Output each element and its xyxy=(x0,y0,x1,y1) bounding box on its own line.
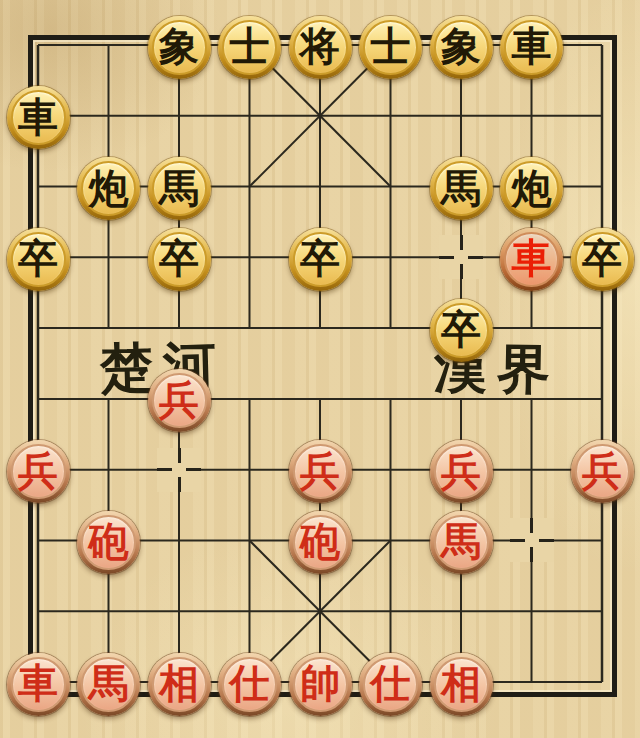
piece-face: 馬 xyxy=(81,657,136,712)
piece-glyph: 車 xyxy=(512,238,552,278)
piece-face: 車 xyxy=(11,657,66,712)
piece-black-chariot[interactable]: 車 xyxy=(7,86,70,149)
piece-black-horse[interactable]: 馬 xyxy=(430,157,493,220)
piece-black-soldier[interactable]: 卒 xyxy=(7,228,70,291)
piece-face: 卒 xyxy=(434,303,489,358)
piece-glyph: 仕 xyxy=(230,663,270,703)
piece-face: 車 xyxy=(11,90,66,145)
piece-face: 象 xyxy=(152,20,207,75)
piece-glyph: 卒 xyxy=(582,238,622,278)
piece-glyph: 将 xyxy=(300,26,340,66)
piece-glyph: 兵 xyxy=(582,451,622,491)
piece-face: 馬 xyxy=(434,515,489,570)
piece-glyph: 卒 xyxy=(159,238,199,278)
piece-glyph: 車 xyxy=(512,26,552,66)
piece-face: 砲 xyxy=(293,515,348,570)
piece-red-elephant[interactable]: 相 xyxy=(430,653,493,716)
piece-glyph: 砲 xyxy=(300,521,340,561)
xiangqi-board[interactable]: 楚河 漢界 象士将士象車車炮馬馬炮卒卒卒卒卒車兵兵兵兵兵砲砲馬車馬相仕帥仕相 xyxy=(0,0,640,738)
piece-black-cannon[interactable]: 炮 xyxy=(77,157,140,220)
piece-face: 兵 xyxy=(152,373,207,428)
piece-red-soldier[interactable]: 兵 xyxy=(289,440,352,503)
piece-face: 象 xyxy=(434,20,489,75)
piece-red-soldier[interactable]: 兵 xyxy=(148,369,211,432)
piece-face: 相 xyxy=(434,657,489,712)
piece-black-cannon[interactable]: 炮 xyxy=(500,157,563,220)
piece-face: 車 xyxy=(504,232,559,287)
piece-glyph: 士 xyxy=(230,26,270,66)
piece-red-chariot[interactable]: 車 xyxy=(7,653,70,716)
piece-face: 炮 xyxy=(81,161,136,216)
piece-glyph: 卒 xyxy=(441,309,481,349)
piece-glyph: 帥 xyxy=(300,663,340,703)
piece-red-chariot[interactable]: 車 xyxy=(500,228,563,291)
piece-black-general[interactable]: 将 xyxy=(289,16,352,79)
piece-glyph: 象 xyxy=(159,26,199,66)
piece-red-elephant[interactable]: 相 xyxy=(148,653,211,716)
piece-glyph: 馬 xyxy=(159,168,199,208)
piece-black-soldier[interactable]: 卒 xyxy=(571,228,634,291)
piece-glyph: 車 xyxy=(18,663,58,703)
piece-red-advisor[interactable]: 仕 xyxy=(359,653,422,716)
piece-black-horse[interactable]: 馬 xyxy=(148,157,211,220)
piece-glyph: 兵 xyxy=(441,451,481,491)
piece-red-general[interactable]: 帥 xyxy=(289,653,352,716)
piece-glyph: 炮 xyxy=(89,168,129,208)
piece-glyph: 炮 xyxy=(512,168,552,208)
piece-glyph: 卒 xyxy=(18,238,58,278)
piece-glyph: 馬 xyxy=(441,521,481,561)
piece-red-cannon[interactable]: 砲 xyxy=(289,511,352,574)
piece-red-horse[interactable]: 馬 xyxy=(430,511,493,574)
piece-face: 仕 xyxy=(363,657,418,712)
piece-black-soldier[interactable]: 卒 xyxy=(148,228,211,291)
piece-glyph: 卒 xyxy=(300,238,340,278)
piece-glyph: 象 xyxy=(441,26,481,66)
piece-face: 車 xyxy=(504,20,559,75)
piece-face: 兵 xyxy=(293,444,348,499)
piece-face: 将 xyxy=(293,20,348,75)
piece-glyph: 相 xyxy=(159,663,199,703)
piece-black-elephant[interactable]: 象 xyxy=(430,16,493,79)
piece-glyph: 兵 xyxy=(159,380,199,420)
piece-face: 炮 xyxy=(504,161,559,216)
piece-face: 兵 xyxy=(575,444,630,499)
piece-black-chariot[interactable]: 車 xyxy=(500,16,563,79)
piece-face: 士 xyxy=(363,20,418,75)
piece-face: 卒 xyxy=(11,232,66,287)
piece-glyph: 相 xyxy=(441,663,481,703)
piece-red-soldier[interactable]: 兵 xyxy=(571,440,634,503)
piece-face: 卒 xyxy=(575,232,630,287)
piece-glyph: 車 xyxy=(18,97,58,137)
piece-black-soldier[interactable]: 卒 xyxy=(289,228,352,291)
piece-face: 砲 xyxy=(81,515,136,570)
piece-face: 兵 xyxy=(434,444,489,499)
piece-black-elephant[interactable]: 象 xyxy=(148,16,211,79)
pieces-layer: 象士将士象車車炮馬馬炮卒卒卒卒卒車兵兵兵兵兵砲砲馬車馬相仕帥仕相 xyxy=(0,0,640,738)
piece-red-advisor[interactable]: 仕 xyxy=(218,653,281,716)
piece-face: 帥 xyxy=(293,657,348,712)
piece-face: 兵 xyxy=(11,444,66,499)
piece-black-soldier[interactable]: 卒 xyxy=(430,299,493,362)
piece-glyph: 兵 xyxy=(300,451,340,491)
piece-red-soldier[interactable]: 兵 xyxy=(430,440,493,503)
piece-face: 馬 xyxy=(152,161,207,216)
piece-red-cannon[interactable]: 砲 xyxy=(77,511,140,574)
piece-face: 相 xyxy=(152,657,207,712)
piece-black-advisor[interactable]: 士 xyxy=(359,16,422,79)
piece-glyph: 仕 xyxy=(371,663,411,703)
piece-face: 卒 xyxy=(152,232,207,287)
piece-face: 士 xyxy=(222,20,277,75)
piece-glyph: 馬 xyxy=(441,168,481,208)
piece-glyph: 砲 xyxy=(89,521,129,561)
piece-glyph: 馬 xyxy=(89,663,129,703)
piece-face: 馬 xyxy=(434,161,489,216)
piece-glyph: 士 xyxy=(371,26,411,66)
piece-glyph: 兵 xyxy=(18,451,58,491)
piece-red-horse[interactable]: 馬 xyxy=(77,653,140,716)
piece-face: 卒 xyxy=(293,232,348,287)
piece-black-advisor[interactable]: 士 xyxy=(218,16,281,79)
piece-face: 仕 xyxy=(222,657,277,712)
piece-red-soldier[interactable]: 兵 xyxy=(7,440,70,503)
